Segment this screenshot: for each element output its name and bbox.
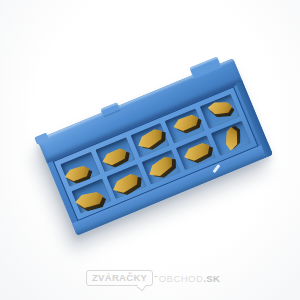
carbide-insert <box>75 191 105 209</box>
watermark-bubble: ZVÁRAČKY <box>86 270 153 286</box>
scratch-mark <box>213 164 221 173</box>
carbide-insert <box>146 154 177 181</box>
watermark-bubble-tail-icon <box>137 282 147 292</box>
lid-corner-tab <box>189 56 221 79</box>
carbide-insert <box>181 141 212 164</box>
carbide-insert <box>110 171 142 196</box>
tray-cell <box>211 121 250 156</box>
tray-cell <box>107 164 146 199</box>
watermark: ZVÁRAČKY - OBCHOD .SK <box>86 268 220 288</box>
watermark-dash: - <box>154 270 157 281</box>
watermark-brand: ZVÁRAČKY <box>92 272 147 283</box>
carbide-insert <box>100 146 129 168</box>
watermark-shop: OBCHOD <box>159 273 204 284</box>
product-photo: ZVÁRAČKY - OBCHOD .SK <box>0 0 300 300</box>
tray-cell <box>176 135 215 170</box>
lid-latch-notch <box>100 102 120 116</box>
tray-cell <box>72 179 111 214</box>
carbide-insert <box>64 164 92 183</box>
carbide-insert <box>135 126 166 152</box>
carbide-insert <box>171 113 200 133</box>
insert-box <box>37 58 273 235</box>
lid-left-step <box>34 133 49 145</box>
tray-cell <box>141 150 180 185</box>
watermark-tld: .SK <box>203 273 220 284</box>
carbide-insert <box>207 102 232 115</box>
carbide-insert <box>224 127 238 152</box>
